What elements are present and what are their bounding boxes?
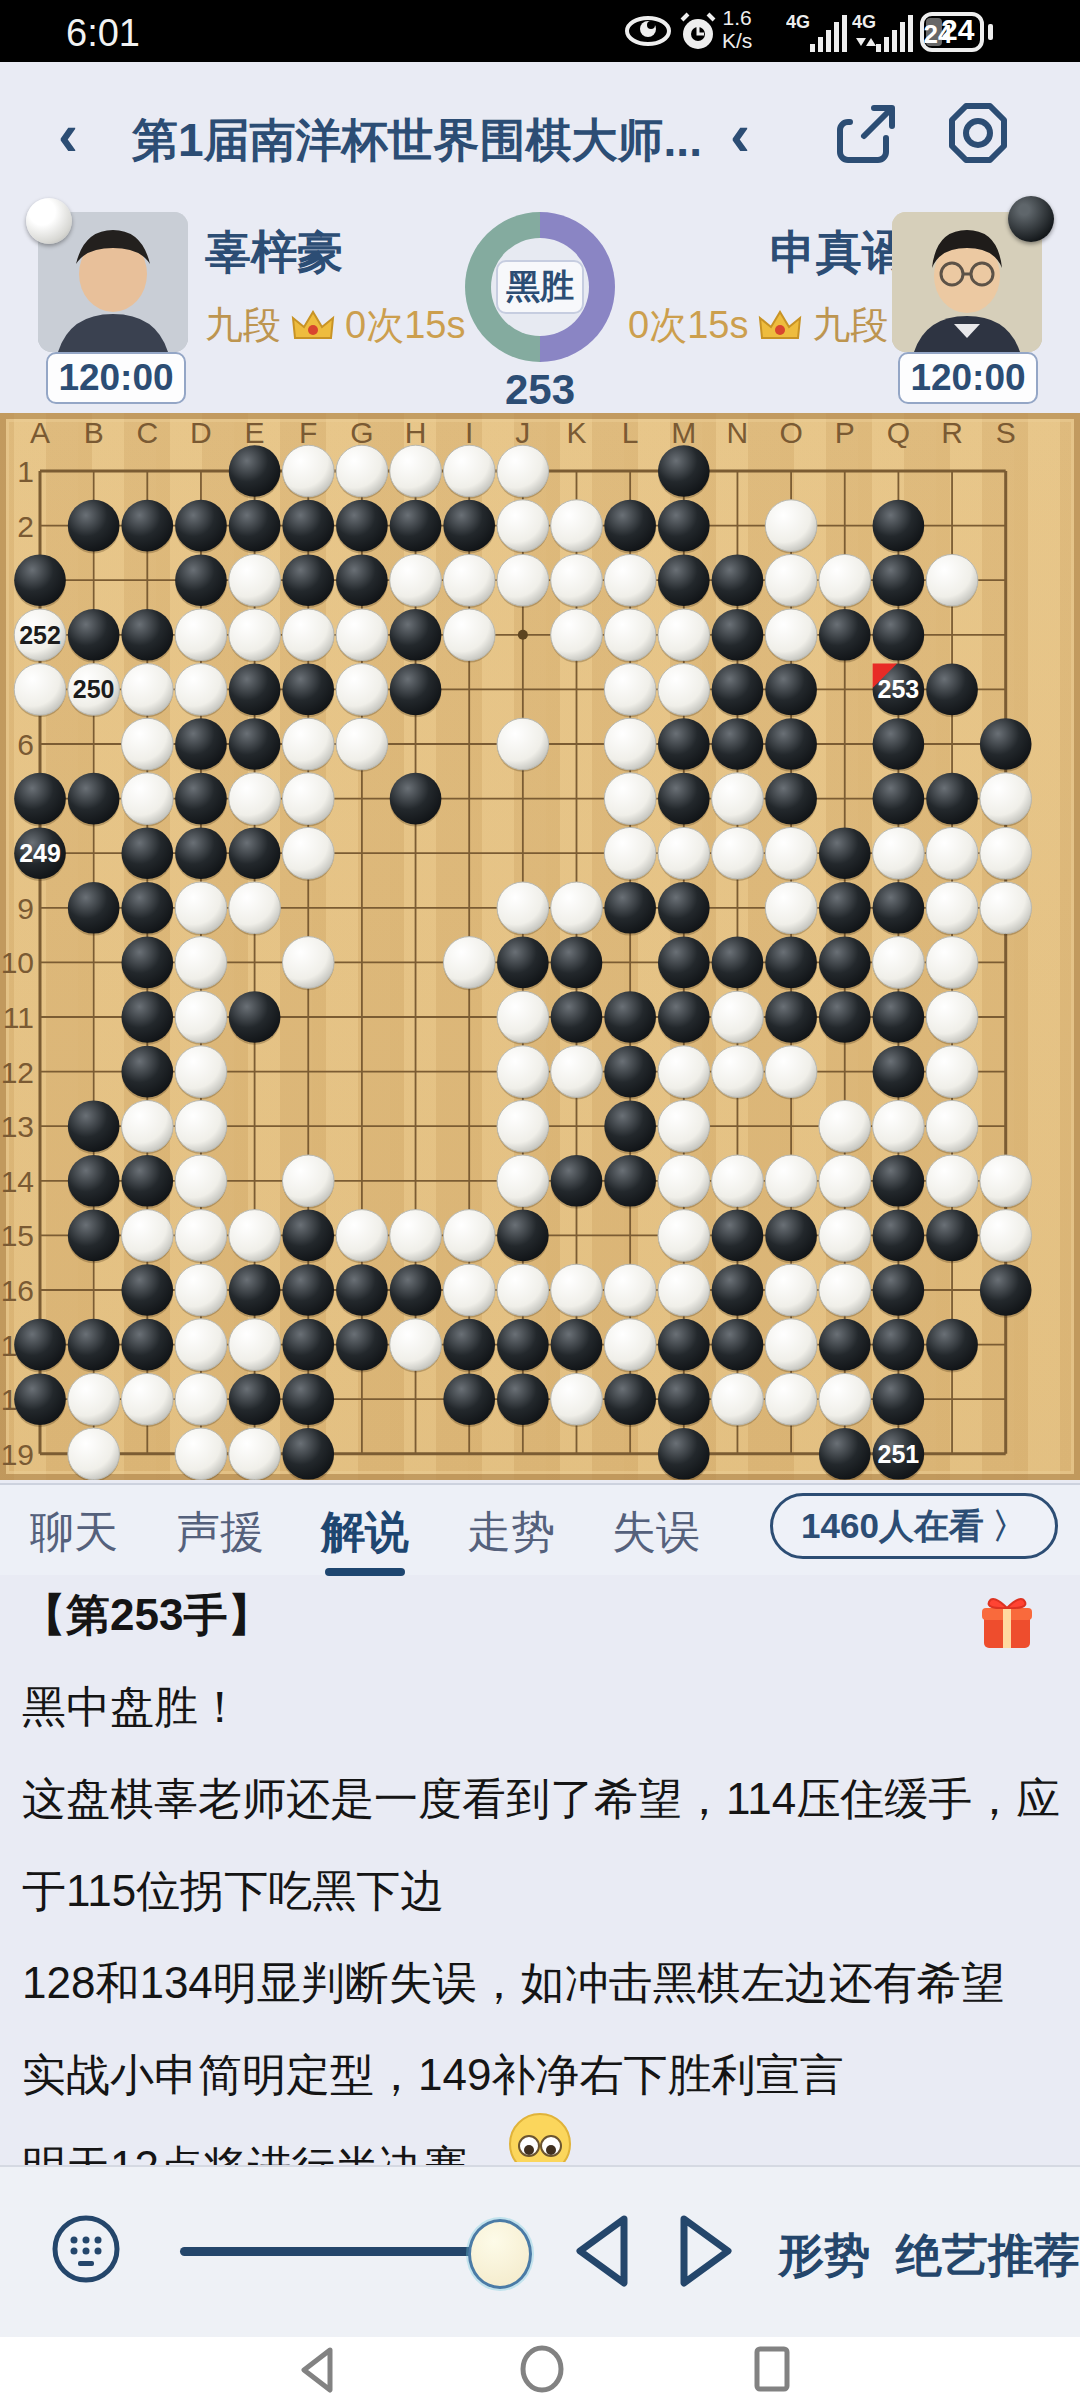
clock-time: 6:01 (66, 12, 140, 55)
move-count: 253 (465, 366, 615, 414)
svg-text:C: C (136, 416, 158, 449)
viewers-count: 1460人在看 (801, 1503, 984, 1550)
left-player-avatar[interactable] (38, 212, 188, 352)
battery-percent: 24 (941, 13, 974, 47)
ai-suggest-button[interactable]: 绝艺推荐 (896, 2225, 1080, 2287)
svg-text:L: L (622, 416, 639, 449)
tab-bar: 聊天声援解说走势失误 1460人在看 〉 (0, 1483, 1080, 1575)
tab-3[interactable]: 解说 (321, 1503, 409, 1562)
svg-text:10: 10 (1, 946, 34, 979)
commentary-line: 这盘棋辜老师还是一度看到了希望，114压住缓手，应 (22, 1770, 1062, 1829)
svg-text:6: 6 (17, 728, 34, 761)
svg-text:F: F (299, 416, 317, 449)
svg-text:E: E (245, 416, 265, 449)
emoji-keyboard-icon[interactable] (50, 2213, 122, 2285)
svg-text:13: 13 (1, 1110, 34, 1143)
nav-recents-icon[interactable] (748, 2345, 796, 2393)
eye-visibility-icon (624, 10, 672, 52)
white-stone-badge (26, 198, 72, 244)
svg-text:14: 14 (1, 1165, 34, 1198)
svg-text:2: 2 (17, 510, 34, 543)
commentary-line: 【第253手】 (22, 1586, 1062, 1645)
prev-move-button[interactable] (566, 2211, 636, 2291)
svg-text:O: O (779, 416, 802, 449)
black-stone-badge (1008, 196, 1054, 242)
svg-text:P: P (835, 416, 855, 449)
svg-text:B: B (84, 416, 104, 449)
crown-icon (758, 308, 802, 344)
svg-text:250: 250 (73, 675, 115, 703)
svg-text:4G: 4G (852, 12, 876, 32)
svg-text:252: 252 (19, 621, 61, 649)
right-player-rank: 0次15s 九段 (628, 300, 888, 351)
svg-text:H: H (405, 416, 427, 449)
svg-text:G: G (350, 416, 373, 449)
situation-button[interactable]: 形势 (778, 2225, 870, 2287)
svg-text:12: 12 (1, 1056, 34, 1089)
commentary-line: 黑中盘胜！ (22, 1678, 1062, 1737)
svg-text:Q: Q (887, 416, 910, 449)
svg-text:N: N (727, 416, 749, 449)
svg-text:15: 15 (1, 1219, 34, 1252)
tab-2[interactable]: 声援 (176, 1503, 264, 1562)
signal-4g-icon-1: 4G (786, 10, 848, 56)
collapse-chevron-button[interactable]: ‹ (730, 100, 750, 169)
commentary-line: 实战小申简明定型，149补净右下胜利宣言 (22, 2046, 1062, 2105)
right-player-clock: 120:00 (898, 352, 1038, 404)
app-header: ‹ 第1届南洋杯世界围棋大师... ‹ (0, 62, 1080, 210)
left-player-rank: 九段 0次15s (205, 300, 465, 351)
nav-back-icon[interactable] (292, 2345, 342, 2395)
svg-text:249: 249 (19, 839, 61, 867)
right-player-avatar[interactable] (892, 212, 1042, 352)
svg-text:16: 16 (1, 1274, 34, 1307)
result-badge: 黑胜 (496, 260, 584, 314)
svg-text:S: S (996, 416, 1016, 449)
svg-text:J: J (515, 416, 530, 449)
commentary-line: 128和134明显判断失误，如冲击黑棋左边还有希望 (22, 1954, 1062, 2013)
tab-4[interactable]: 走势 (467, 1503, 555, 1562)
go-board[interactable]: ABCDEFGHIJKLMNOPQRS123456789101112131415… (0, 413, 1080, 1480)
svg-text:253: 253 (878, 675, 920, 703)
move-slider-thumb[interactable] (468, 2219, 532, 2289)
record-target-icon[interactable] (946, 102, 1010, 164)
page-title: 第1届南洋杯世界围棋大师... (132, 110, 702, 172)
peeking-face-emoji (508, 2112, 572, 2162)
left-player-name: 辜梓豪 (205, 222, 343, 284)
svg-text:D: D (190, 416, 212, 449)
signal-4g-icon-2: 4G (852, 10, 914, 56)
svg-text:1: 1 (17, 455, 34, 488)
svg-text:M: M (671, 416, 696, 449)
crown-icon (291, 308, 335, 344)
gift-icon[interactable] (978, 1594, 1036, 1652)
alarm-icon (676, 10, 720, 54)
svg-text:11: 11 (3, 1001, 34, 1034)
svg-text:I: I (465, 416, 473, 449)
svg-text:4G: 4G (786, 12, 810, 32)
svg-text:251: 251 (878, 1440, 920, 1468)
tab-1[interactable]: 聊天 (30, 1503, 118, 1562)
left-player-clock: 120:00 (46, 352, 186, 404)
go-board-grid: ABCDEFGHIJKLMNOPQRS123456789101112131415… (0, 413, 1080, 1480)
control-bar: 形势 绝艺推荐 (0, 2165, 1080, 2337)
android-nav-bar (0, 2337, 1080, 2400)
winrate-donut: 黑胜 (465, 212, 615, 362)
svg-text:K: K (566, 416, 586, 449)
svg-text:9: 9 (17, 892, 34, 925)
svg-text:R: R (941, 416, 963, 449)
share-icon[interactable] (836, 102, 898, 164)
tab-5[interactable]: 失误 (612, 1503, 700, 1562)
back-button[interactable]: ‹ (58, 100, 78, 169)
right-player-name: 申真谞 (770, 222, 908, 284)
status-bar: 6:01 1.6K/s 4G 4G 24 (0, 0, 1080, 62)
chevron-right-icon: 〉 (992, 1503, 1027, 1550)
svg-text:A: A (30, 416, 50, 449)
network-speed: 1.6K/s (722, 6, 752, 52)
nav-home-icon[interactable] (516, 2343, 568, 2395)
viewers-pill[interactable]: 1460人在看 〉 (770, 1493, 1058, 1559)
next-move-button[interactable] (672, 2211, 742, 2291)
commentary-line: 于115位拐下吃黑下边 (22, 1862, 1062, 1921)
svg-text:19: 19 (1, 1438, 34, 1471)
